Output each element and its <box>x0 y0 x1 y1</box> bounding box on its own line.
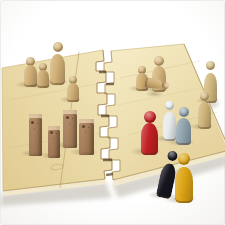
peg-red-body <box>141 123 158 155</box>
block-1[interactable] <box>29 114 42 156</box>
block-2[interactable] <box>48 126 60 158</box>
peg-natural-small-front-body <box>37 70 49 88</box>
peg-slate-body <box>176 118 191 145</box>
peg-natural-tall[interactable] <box>50 42 65 85</box>
peg-natural-back-left-body <box>24 65 37 87</box>
peg-red[interactable] <box>141 111 158 155</box>
scene <box>0 0 225 225</box>
peg-white-body <box>163 112 176 141</box>
peg-natural-off-front-head <box>200 92 209 101</box>
peg-yellow-body <box>175 167 193 203</box>
block-3[interactable] <box>63 110 77 148</box>
peg-natural-off-front-body <box>198 102 211 129</box>
block-4[interactable] <box>79 119 94 155</box>
peg-red-head <box>144 111 156 123</box>
peg-yellow-head <box>178 153 190 165</box>
peg-natural-tall-body <box>50 54 65 85</box>
peg-natural-small-front[interactable] <box>37 63 49 88</box>
peg-white-head <box>165 101 174 110</box>
peg-natural-fallen-body <box>144 78 162 90</box>
peg-natural-mid-body <box>67 83 79 102</box>
peg-natural-fallen-head <box>161 82 169 90</box>
peg-natural-right-tall-head <box>154 56 164 66</box>
peg-slate-head <box>179 107 189 117</box>
peg-natural-off-front[interactable] <box>198 92 211 129</box>
peg-natural-off-back-head <box>206 61 215 70</box>
peg-slate[interactable] <box>176 107 191 145</box>
peg-natural-back-left[interactable] <box>24 57 37 87</box>
peg-white[interactable] <box>163 101 176 141</box>
peg-natural-mid[interactable] <box>67 76 79 102</box>
peg-yellow[interactable] <box>175 153 193 203</box>
peg-natural-tall-head <box>53 42 63 52</box>
